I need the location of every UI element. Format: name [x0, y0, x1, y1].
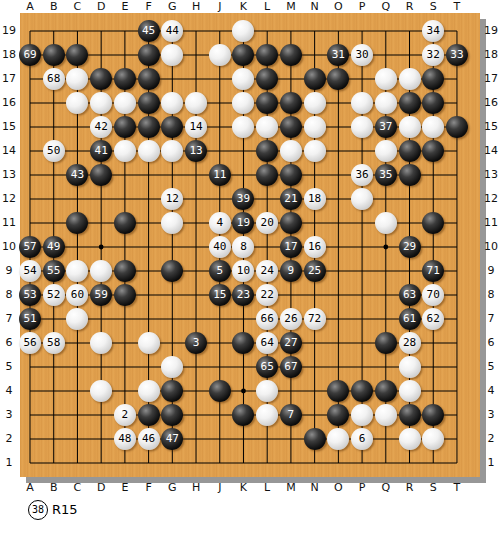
white-stone-N15 — [304, 116, 326, 138]
white-stone-R17 — [399, 68, 421, 90]
white-stone-F14 — [138, 140, 160, 162]
row-label-right-3: 3 — [481, 408, 500, 421]
white-stone-P2: 6 — [351, 428, 373, 450]
white-stone-J11: 4 — [209, 212, 231, 234]
row-label-left-7: 7 — [0, 312, 19, 325]
black-stone-Q4 — [375, 380, 397, 402]
white-stone-J18 — [209, 44, 231, 66]
white-stone-Q11 — [375, 212, 397, 234]
hoshi-point — [383, 245, 388, 250]
white-stone-D15: 42 — [90, 116, 112, 138]
white-stone-F6 — [138, 332, 160, 354]
col-label-top-A: A — [20, 0, 40, 13]
col-label-top-K: K — [233, 0, 253, 13]
white-stone-D16 — [90, 92, 112, 114]
white-stone-B14: 50 — [43, 140, 65, 162]
black-stone-M10: 17 — [280, 236, 302, 258]
black-stone-R3 — [399, 404, 421, 426]
go-board[interactable]: 4544346931303233684214375041134311363512… — [20, 13, 480, 477]
col-label-bottom-M: M — [281, 481, 301, 494]
row-label-left-13: 13 — [0, 168, 19, 181]
row-label-left-4: 4 — [0, 384, 19, 397]
col-label-top-J: J — [210, 0, 230, 13]
black-stone-D13 — [90, 164, 112, 186]
row-label-left-18: 18 — [0, 48, 19, 61]
white-stone-P15 — [351, 116, 373, 138]
row-label-right-18: 18 — [481, 48, 500, 61]
col-label-bottom-R: R — [400, 481, 420, 494]
row-label-left-19: 19 — [0, 24, 19, 37]
white-stone-N10: 16 — [304, 236, 326, 258]
white-stone-D9 — [90, 260, 112, 282]
white-stone-Q16 — [375, 92, 397, 114]
white-stone-H15: 14 — [185, 116, 207, 138]
row-label-right-1: 1 — [481, 456, 500, 469]
row-label-right-7: 7 — [481, 312, 500, 325]
col-label-bottom-H: H — [186, 481, 206, 494]
white-stone-P12 — [351, 188, 373, 210]
col-label-top-N: N — [305, 0, 325, 13]
black-stone-J8: 15 — [209, 284, 231, 306]
black-stone-B18 — [43, 44, 65, 66]
white-stone-B17: 68 — [43, 68, 65, 90]
black-stone-Q13: 35 — [375, 164, 397, 186]
col-label-top-T: T — [447, 0, 467, 13]
black-stone-R14 — [399, 140, 421, 162]
white-stone-E16 — [114, 92, 136, 114]
row-label-left-17: 17 — [0, 72, 19, 85]
black-stone-T18: 33 — [446, 44, 468, 66]
black-stone-R8: 63 — [399, 284, 421, 306]
row-label-left-12: 12 — [0, 192, 19, 205]
col-label-bottom-E: E — [115, 481, 135, 494]
black-stone-N9: 25 — [304, 260, 326, 282]
row-label-right-5: 5 — [481, 360, 500, 373]
col-label-bottom-P: P — [352, 481, 372, 494]
row-label-right-13: 13 — [481, 168, 500, 181]
col-label-top-C: C — [67, 0, 87, 13]
row-label-left-10: 10 — [0, 240, 19, 253]
white-stone-B8: 52 — [43, 284, 65, 306]
caption-move-location: R15 — [52, 502, 78, 517]
black-stone-F19: 45 — [138, 20, 160, 42]
row-label-right-8: 8 — [481, 288, 500, 301]
row-label-left-8: 8 — [0, 288, 19, 301]
black-stone-A10: 57 — [19, 236, 41, 258]
col-label-bottom-F: F — [139, 481, 159, 494]
row-label-right-10: 10 — [481, 240, 500, 253]
black-stone-Q6 — [375, 332, 397, 354]
row-label-left-9: 9 — [0, 264, 19, 277]
col-label-top-F: F — [139, 0, 159, 13]
white-stone-N14 — [304, 140, 326, 162]
black-stone-H6: 3 — [185, 332, 207, 354]
black-stone-F16 — [138, 92, 160, 114]
row-label-left-1: 1 — [0, 456, 19, 469]
row-label-right-19: 19 — [481, 24, 500, 37]
black-stone-D14: 41 — [90, 140, 112, 162]
white-stone-B6: 58 — [43, 332, 65, 354]
white-stone-Q17 — [375, 68, 397, 90]
col-label-top-M: M — [281, 0, 301, 13]
black-stone-F18 — [138, 44, 160, 66]
white-stone-R5 — [399, 356, 421, 378]
col-label-bottom-A: A — [20, 481, 40, 494]
black-stone-N17 — [304, 68, 326, 90]
black-stone-N2 — [304, 428, 326, 450]
black-stone-B9: 55 — [43, 260, 65, 282]
row-label-left-15: 15 — [0, 120, 19, 133]
col-label-bottom-K: K — [233, 481, 253, 494]
col-label-bottom-Q: Q — [376, 481, 396, 494]
black-stone-J13: 11 — [209, 164, 231, 186]
white-stone-R4 — [399, 380, 421, 402]
go-diagram-page: 4544346931303233684214375041134311363512… — [0, 0, 500, 537]
black-stone-E9 — [114, 260, 136, 282]
row-label-left-5: 5 — [0, 360, 19, 373]
row-label-right-14: 14 — [481, 144, 500, 157]
black-stone-M3: 7 — [280, 404, 302, 426]
white-stone-D4 — [90, 380, 112, 402]
black-stone-T15 — [446, 116, 468, 138]
white-stone-N12: 18 — [304, 188, 326, 210]
white-stone-P3 — [351, 404, 373, 426]
white-stone-H16 — [185, 92, 207, 114]
white-stone-D6 — [90, 332, 112, 354]
col-label-bottom-L: L — [257, 481, 277, 494]
white-stone-R2 — [399, 428, 421, 450]
col-label-bottom-O: O — [328, 481, 348, 494]
col-label-top-O: O — [328, 0, 348, 13]
black-stone-D17 — [90, 68, 112, 90]
white-stone-N7: 72 — [304, 308, 326, 330]
white-stone-E14 — [114, 140, 136, 162]
col-label-top-S: S — [423, 0, 443, 13]
col-label-bottom-B: B — [44, 481, 64, 494]
hoshi-point — [241, 389, 246, 394]
black-stone-A8: 53 — [19, 284, 41, 306]
col-label-bottom-D: D — [91, 481, 111, 494]
white-stone-J10: 40 — [209, 236, 231, 258]
row-label-left-3: 3 — [0, 408, 19, 421]
row-label-left-6: 6 — [0, 336, 19, 349]
white-stone-R6: 28 — [399, 332, 421, 354]
black-stone-M16 — [280, 92, 302, 114]
col-label-bottom-J: J — [210, 481, 230, 494]
col-label-top-D: D — [91, 0, 111, 13]
caption-move-stone-icon: 38 — [28, 500, 48, 520]
black-stone-Q15: 37 — [375, 116, 397, 138]
row-label-right-6: 6 — [481, 336, 500, 349]
black-stone-M12: 21 — [280, 188, 302, 210]
row-label-left-14: 14 — [0, 144, 19, 157]
row-label-left-16: 16 — [0, 96, 19, 109]
hoshi-point — [99, 245, 104, 250]
col-label-bottom-C: C — [67, 481, 87, 494]
black-stone-R10: 29 — [399, 236, 421, 258]
black-stone-R16 — [399, 92, 421, 114]
col-label-bottom-G: G — [162, 481, 182, 494]
black-stone-J9: 5 — [209, 260, 231, 282]
row-label-right-16: 16 — [481, 96, 500, 109]
white-stone-N16 — [304, 92, 326, 114]
black-stone-J4 — [209, 380, 231, 402]
white-stone-P13: 36 — [351, 164, 373, 186]
white-stone-E2: 48 — [114, 428, 136, 450]
col-label-top-H: H — [186, 0, 206, 13]
black-stone-M6: 27 — [280, 332, 302, 354]
white-stone-Q3 — [375, 404, 397, 426]
col-label-bottom-T: T — [447, 481, 467, 494]
row-label-right-15: 15 — [481, 120, 500, 133]
black-stone-F3 — [138, 404, 160, 426]
white-stone-M7: 26 — [280, 308, 302, 330]
black-stone-E8 — [114, 284, 136, 306]
black-stone-M9: 9 — [280, 260, 302, 282]
black-stone-M18 — [280, 44, 302, 66]
row-label-left-2: 2 — [0, 432, 19, 445]
col-label-top-R: R — [400, 0, 420, 13]
row-label-left-11: 11 — [0, 216, 19, 229]
row-label-right-4: 4 — [481, 384, 500, 397]
black-stone-E17 — [114, 68, 136, 90]
black-stone-A7: 51 — [19, 308, 41, 330]
black-stone-R13 — [399, 164, 421, 186]
black-stone-M13 — [280, 164, 302, 186]
black-stone-F17 — [138, 68, 160, 90]
black-stone-R7: 61 — [399, 308, 421, 330]
white-stone-M14 — [280, 140, 302, 162]
black-stone-E11 — [114, 212, 136, 234]
black-stone-H14: 13 — [185, 140, 207, 162]
white-stone-A9: 54 — [19, 260, 41, 282]
black-stone-M11 — [280, 212, 302, 234]
col-label-top-G: G — [162, 0, 182, 13]
black-stone-M5: 67 — [280, 356, 302, 378]
white-stone-F4 — [138, 380, 160, 402]
black-stone-P4 — [351, 380, 373, 402]
black-stone-B10: 49 — [43, 236, 65, 258]
row-label-right-17: 17 — [481, 72, 500, 85]
white-stone-A6: 56 — [19, 332, 41, 354]
white-stone-F2: 46 — [138, 428, 160, 450]
black-stone-D8: 59 — [90, 284, 112, 306]
row-label-right-2: 2 — [481, 432, 500, 445]
black-stone-F15 — [138, 116, 160, 138]
row-label-right-9: 9 — [481, 264, 500, 277]
col-label-top-B: B — [44, 0, 64, 13]
col-label-bottom-S: S — [423, 481, 443, 494]
col-label-top-L: L — [257, 0, 277, 13]
white-stone-E3: 2 — [114, 404, 136, 426]
black-stone-M15 — [280, 116, 302, 138]
white-stone-R15 — [399, 116, 421, 138]
col-label-bottom-N: N — [305, 481, 325, 494]
row-label-right-12: 12 — [481, 192, 500, 205]
caption-move-number: 38 — [32, 504, 44, 515]
white-stone-P18: 30 — [351, 44, 373, 66]
white-stone-P16 — [351, 92, 373, 114]
black-stone-A18: 69 — [19, 44, 41, 66]
col-label-top-P: P — [352, 0, 372, 13]
col-label-top-Q: Q — [376, 0, 396, 13]
col-label-top-E: E — [115, 0, 135, 13]
black-stone-E15 — [114, 116, 136, 138]
white-stone-Q14 — [375, 140, 397, 162]
row-label-right-11: 11 — [481, 216, 500, 229]
